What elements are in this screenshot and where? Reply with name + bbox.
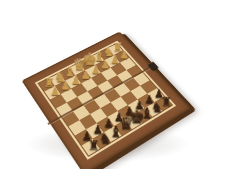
square bbox=[107, 75, 123, 88]
latch-clasp-icon bbox=[147, 61, 159, 71]
photo-stage: ♜♞♝♛♚♝♞♜♟♟♟♟♟♟♟♟♟♟♟♟♟♟♟♟♜♞♝♛♚♝♞♜ bbox=[0, 0, 225, 169]
piece-white-rook: ♜ bbox=[106, 42, 130, 53]
piece-black-rook: ♜ bbox=[153, 96, 180, 108]
chess-board: ♜♞♝♛♚♝♞♜♟♟♟♟♟♟♟♟♟♟♟♟♟♟♟♟♜♞♝♛♚♝♞♜ bbox=[22, 32, 191, 169]
perspective-scene: ♜♞♝♛♚♝♞♜♟♟♟♟♟♟♟♟♟♟♟♟♟♟♟♟♜♞♝♛♚♝♞♜ bbox=[0, 0, 225, 169]
board-grid: ♜♞♝♛♚♝♞♜♟♟♟♟♟♟♟♟♟♟♟♟♟♟♟♟♜♞♝♛♚♝♞♜ bbox=[39, 44, 172, 156]
